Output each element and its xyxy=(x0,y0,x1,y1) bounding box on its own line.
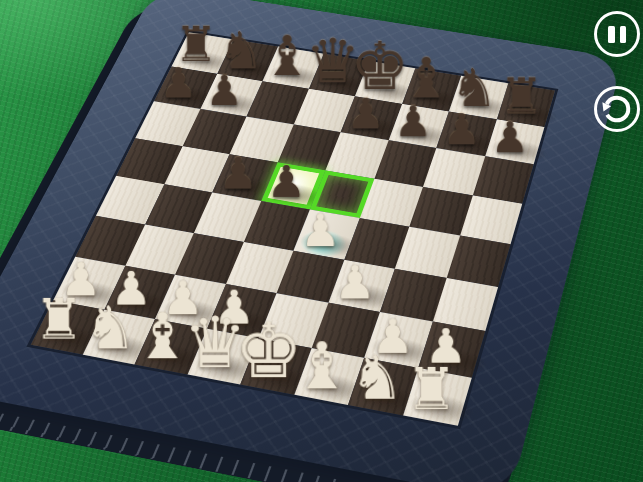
piece-white-pawn-f3[interactable]: ♟ xyxy=(312,261,398,303)
piece-white-pawn-e4[interactable]: ♟ xyxy=(278,210,362,251)
undo-icon xyxy=(597,89,637,129)
piece-white-rook-h1[interactable]: ♜ xyxy=(386,364,477,417)
square-h1[interactable]: ♜ xyxy=(403,367,472,425)
pause-icon xyxy=(608,26,615,43)
pause-icon xyxy=(620,26,627,43)
chessboard-3d: ♜♞♝♛♚♝♞♜♟♟♟♟♟♟♟♟♟♟♟♟♟♟♟♟♜♞♝♛♚♝♞♜ xyxy=(31,33,555,427)
square-f3[interactable]: ♟ xyxy=(328,259,395,312)
pause-button[interactable] xyxy=(594,11,640,57)
board-scene: ♜♞♝♛♚♝♞♜♟♟♟♟♟♟♟♟♟♟♟♟♟♟♟♟♜♞♝♛♚♝♞♜ xyxy=(0,0,643,482)
undo-button[interactable] xyxy=(594,86,640,132)
